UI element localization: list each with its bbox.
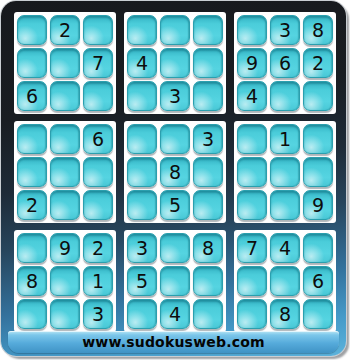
cell-r9c9[interactable] <box>303 299 333 329</box>
block-4: 62 <box>14 121 116 223</box>
cell-r8c8[interactable] <box>270 266 300 296</box>
cell-r9c2[interactable] <box>50 299 80 329</box>
cell-r1c5[interactable] <box>160 15 190 45</box>
cell-r6c2[interactable] <box>50 190 80 220</box>
cell-r5c2[interactable] <box>50 157 80 187</box>
cell-r6c9[interactable]: 9 <box>303 190 333 220</box>
cell-r3c8[interactable] <box>270 81 300 111</box>
cell-r3c9[interactable] <box>303 81 333 111</box>
cell-r4c6[interactable]: 3 <box>193 124 223 154</box>
cell-r4c5[interactable] <box>160 124 190 154</box>
cell-r1c7[interactable] <box>237 15 267 45</box>
cell-r4c3[interactable]: 6 <box>83 124 113 154</box>
cell-r2c1[interactable] <box>17 48 47 78</box>
cell-r8c6[interactable] <box>193 266 223 296</box>
cell-r3c4[interactable] <box>127 81 157 111</box>
cell-r1c8[interactable]: 3 <box>270 15 300 45</box>
block-2: 43 <box>124 12 226 114</box>
cell-r2c3[interactable]: 7 <box>83 48 113 78</box>
cell-r7c2[interactable]: 9 <box>50 233 80 263</box>
cell-r9c6[interactable] <box>193 299 223 329</box>
cell-r8c1[interactable]: 8 <box>17 266 47 296</box>
cell-r5c7[interactable] <box>237 157 267 187</box>
cell-r9c3[interactable]: 3 <box>83 299 113 329</box>
cell-r8c4[interactable]: 5 <box>127 266 157 296</box>
cell-r2c5[interactable] <box>160 48 190 78</box>
cell-r5c5[interactable]: 8 <box>160 157 190 187</box>
cell-r7c6[interactable]: 8 <box>193 233 223 263</box>
cell-r5c9[interactable] <box>303 157 333 187</box>
cell-r3c3[interactable] <box>83 81 113 111</box>
cell-r1c1[interactable] <box>17 15 47 45</box>
cell-r2c8[interactable]: 6 <box>270 48 300 78</box>
cell-r5c3[interactable] <box>83 157 113 187</box>
cell-r6c3[interactable] <box>83 190 113 220</box>
cell-r7c8[interactable]: 4 <box>270 233 300 263</box>
cell-r3c2[interactable] <box>50 81 80 111</box>
sudoku-board-frame: 2764338962462385199281338547468 www.sudo… <box>1 1 346 356</box>
cell-r1c6[interactable] <box>193 15 223 45</box>
cell-r9c1[interactable] <box>17 299 47 329</box>
cell-r6c8[interactable] <box>270 190 300 220</box>
cell-r5c4[interactable] <box>127 157 157 187</box>
cell-r1c4[interactable] <box>127 15 157 45</box>
cell-r9c5[interactable]: 4 <box>160 299 190 329</box>
cell-r9c7[interactable] <box>237 299 267 329</box>
caption-band: www.sudokusweb.com <box>8 331 339 353</box>
cell-r5c8[interactable] <box>270 157 300 187</box>
block-5: 385 <box>124 121 226 223</box>
cell-r3c1[interactable]: 6 <box>17 81 47 111</box>
cell-r7c4[interactable]: 3 <box>127 233 157 263</box>
cell-r9c8[interactable]: 8 <box>270 299 300 329</box>
block-6: 19 <box>234 121 336 223</box>
cell-r4c1[interactable] <box>17 124 47 154</box>
block-9: 7468 <box>234 230 336 332</box>
cell-r2c6[interactable] <box>193 48 223 78</box>
cell-r4c9[interactable] <box>303 124 333 154</box>
cell-r3c5[interactable]: 3 <box>160 81 190 111</box>
cell-r2c4[interactable]: 4 <box>127 48 157 78</box>
cell-r6c4[interactable] <box>127 190 157 220</box>
cell-r4c8[interactable]: 1 <box>270 124 300 154</box>
site-url-link[interactable]: www.sudokusweb.com <box>82 334 265 350</box>
cell-r5c6[interactable] <box>193 157 223 187</box>
cell-r6c6[interactable] <box>193 190 223 220</box>
cell-r9c4[interactable] <box>127 299 157 329</box>
cell-r4c4[interactable] <box>127 124 157 154</box>
cell-r6c5[interactable]: 5 <box>160 190 190 220</box>
cell-r8c9[interactable]: 6 <box>303 266 333 296</box>
cell-r2c9[interactable]: 2 <box>303 48 333 78</box>
cell-r7c7[interactable]: 7 <box>237 233 267 263</box>
block-7: 92813 <box>14 230 116 332</box>
cell-r1c9[interactable]: 8 <box>303 15 333 45</box>
cell-r8c2[interactable] <box>50 266 80 296</box>
block-1: 276 <box>14 12 116 114</box>
cell-r4c2[interactable] <box>50 124 80 154</box>
cell-r7c3[interactable]: 2 <box>83 233 113 263</box>
cell-r2c2[interactable] <box>50 48 80 78</box>
cell-r3c7[interactable]: 4 <box>237 81 267 111</box>
cell-r8c5[interactable] <box>160 266 190 296</box>
cell-r8c3[interactable]: 1 <box>83 266 113 296</box>
cell-r6c1[interactable]: 2 <box>17 190 47 220</box>
cell-r2c7[interactable]: 9 <box>237 48 267 78</box>
cell-r8c7[interactable] <box>237 266 267 296</box>
cell-r7c1[interactable] <box>17 233 47 263</box>
cell-r4c7[interactable] <box>237 124 267 154</box>
block-3: 389624 <box>234 12 336 114</box>
block-8: 3854 <box>124 230 226 332</box>
cell-r6c7[interactable] <box>237 190 267 220</box>
cell-r3c6[interactable] <box>193 81 223 111</box>
cell-r7c5[interactable] <box>160 233 190 263</box>
cell-r5c1[interactable] <box>17 157 47 187</box>
cell-r1c3[interactable] <box>83 15 113 45</box>
board-blocks: 2764338962462385199281338547468 <box>14 12 336 332</box>
cell-r7c9[interactable] <box>303 233 333 263</box>
cell-r1c2[interactable]: 2 <box>50 15 80 45</box>
